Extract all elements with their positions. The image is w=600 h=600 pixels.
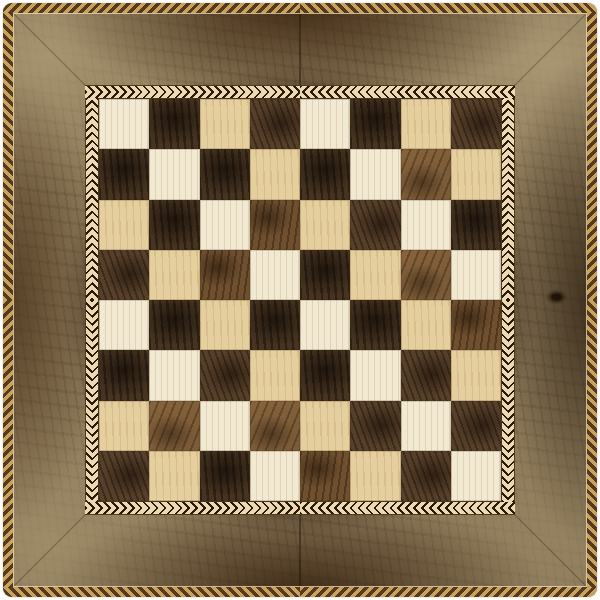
square-a8[interactable] (99, 99, 149, 149)
rope-stripes (3, 3, 300, 13)
square-g1[interactable] (401, 451, 451, 501)
inlay-chevrons-right-facing (300, 86, 515, 98)
square-b5[interactable] (149, 250, 199, 300)
inlay-chevrons-up-facing (86, 98, 98, 300)
square-h8[interactable] (451, 99, 501, 149)
square-e1[interactable] (300, 451, 350, 501)
square-f2[interactable] (350, 401, 400, 451)
square-g2[interactable] (401, 401, 451, 451)
inlay-border-left (85, 98, 99, 502)
square-a2[interactable] (99, 401, 149, 451)
square-c3[interactable] (200, 350, 250, 400)
rope-border-bottom (3, 587, 597, 597)
inlay-border-right (501, 98, 515, 502)
square-c7[interactable] (200, 149, 250, 199)
square-a5[interactable] (99, 250, 149, 300)
square-e5[interactable] (300, 250, 350, 300)
square-f1[interactable] (350, 451, 400, 501)
rope-stripes (587, 13, 597, 300)
square-a7[interactable] (99, 149, 149, 199)
square-g3[interactable] (401, 350, 451, 400)
square-h2[interactable] (451, 401, 501, 451)
rope-stripes (300, 3, 597, 13)
inlay-chevrons-left-facing (85, 86, 300, 98)
rope-border-right (587, 13, 597, 587)
inlay-chevrons-down-facing (502, 300, 514, 502)
square-f4[interactable] (350, 300, 400, 350)
square-e4[interactable] (300, 300, 350, 350)
square-b1[interactable] (149, 451, 199, 501)
square-d4[interactable] (250, 300, 300, 350)
rope-stripes (3, 587, 300, 597)
square-h4[interactable] (451, 300, 501, 350)
square-f5[interactable] (350, 250, 400, 300)
rope-stripes (3, 13, 13, 300)
square-h1[interactable] (451, 451, 501, 501)
square-d3[interactable] (250, 350, 300, 400)
rope-border-top (3, 3, 597, 13)
square-b7[interactable] (149, 149, 199, 199)
rope-stripes (300, 587, 597, 597)
chess-grid (98, 98, 502, 502)
square-b3[interactable] (149, 350, 199, 400)
square-b8[interactable] (149, 99, 199, 149)
square-e3[interactable] (300, 350, 350, 400)
square-g6[interactable] (401, 200, 451, 250)
square-d5[interactable] (250, 250, 300, 300)
inlay-chevrons-down-facing (86, 300, 98, 502)
square-c6[interactable] (200, 200, 250, 250)
square-a1[interactable] (99, 451, 149, 501)
square-h5[interactable] (451, 250, 501, 300)
chess-board (3, 3, 597, 597)
square-d6[interactable] (250, 200, 300, 250)
square-a3[interactable] (99, 350, 149, 400)
square-d8[interactable] (250, 99, 300, 149)
square-a6[interactable] (99, 200, 149, 250)
square-c1[interactable] (200, 451, 250, 501)
square-f7[interactable] (350, 149, 400, 199)
square-c2[interactable] (200, 401, 250, 451)
square-e7[interactable] (300, 149, 350, 199)
square-b4[interactable] (149, 300, 199, 350)
inlay-chevrons-right-facing (300, 502, 515, 514)
square-f6[interactable] (350, 200, 400, 250)
square-f3[interactable] (350, 350, 400, 400)
square-b2[interactable] (149, 401, 199, 451)
square-e8[interactable] (300, 99, 350, 149)
square-g8[interactable] (401, 99, 451, 149)
rope-border-left (3, 13, 13, 587)
square-h7[interactable] (451, 149, 501, 199)
square-a4[interactable] (99, 300, 149, 350)
square-c5[interactable] (200, 250, 250, 300)
inlay-border-bottom (85, 501, 515, 515)
square-c8[interactable] (200, 99, 250, 149)
rope-stripes (3, 300, 13, 587)
square-e6[interactable] (300, 200, 350, 250)
inlay-chevrons-up-facing (502, 98, 514, 300)
square-h6[interactable] (451, 200, 501, 250)
rope-stripes (587, 300, 597, 587)
square-h3[interactable] (451, 350, 501, 400)
inlay-chevrons-left-facing (85, 502, 300, 514)
square-d7[interactable] (250, 149, 300, 199)
square-d2[interactable] (250, 401, 300, 451)
square-g7[interactable] (401, 149, 451, 199)
square-e2[interactable] (300, 401, 350, 451)
square-g5[interactable] (401, 250, 451, 300)
square-c4[interactable] (200, 300, 250, 350)
inlay-border-top (85, 85, 515, 99)
square-f8[interactable] (350, 99, 400, 149)
square-b6[interactable] (149, 200, 199, 250)
square-d1[interactable] (250, 451, 300, 501)
square-g4[interactable] (401, 300, 451, 350)
